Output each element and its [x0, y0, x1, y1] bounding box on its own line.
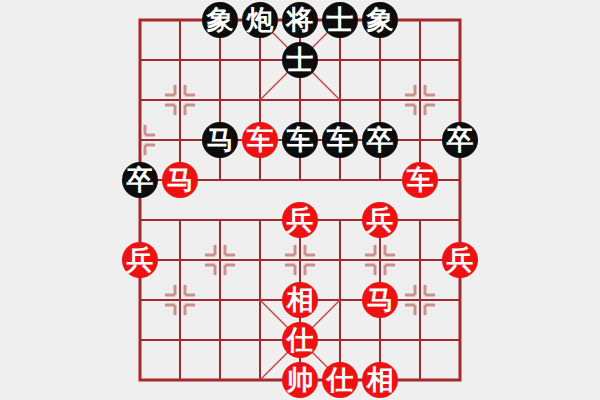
- board-point[interactable]: [400, 360, 440, 400]
- piece-red-general[interactable]: 帅: [282, 362, 318, 398]
- board-point[interactable]: [280, 80, 320, 120]
- board-point[interactable]: [160, 320, 200, 360]
- piece-red-soldier[interactable]: 兵: [362, 202, 398, 238]
- board-point[interactable]: [160, 120, 200, 160]
- board-point[interactable]: [440, 360, 480, 400]
- board-point[interactable]: 帅: [280, 360, 320, 400]
- board-point[interactable]: [440, 160, 480, 200]
- board-point[interactable]: [440, 0, 480, 40]
- piece-black-general[interactable]: 将: [282, 2, 318, 38]
- board-point[interactable]: 相: [360, 360, 400, 400]
- piece-black-horse[interactable]: 马: [202, 122, 238, 158]
- piece-black-cannon[interactable]: 炮: [242, 2, 278, 38]
- board-point[interactable]: [360, 160, 400, 200]
- board-point[interactable]: [440, 320, 480, 360]
- board-point[interactable]: [120, 320, 160, 360]
- board-point[interactable]: [120, 80, 160, 120]
- board-point[interactable]: [400, 80, 440, 120]
- board-point[interactable]: [240, 80, 280, 120]
- piece-red-elephant[interactable]: 相: [282, 282, 318, 318]
- board-point[interactable]: [400, 0, 440, 40]
- board-point[interactable]: [120, 40, 160, 80]
- board-point[interactable]: [160, 40, 200, 80]
- piece-red-chariot[interactable]: 车: [402, 162, 438, 198]
- board-point[interactable]: 象: [200, 0, 240, 40]
- board-point[interactable]: 兵: [120, 240, 160, 280]
- board-point[interactable]: [240, 360, 280, 400]
- board-point[interactable]: [120, 0, 160, 40]
- piece-red-advisor[interactable]: 仕: [322, 362, 358, 398]
- xiangqi-board: 象炮将士象士马车车车卒卒卒马车兵兵兵兵相马仕帅仕相: [120, 0, 480, 400]
- board-point[interactable]: [120, 360, 160, 400]
- board-point[interactable]: [400, 40, 440, 80]
- piece-red-soldier[interactable]: 兵: [442, 242, 478, 278]
- board-point[interactable]: [200, 200, 240, 240]
- board-point[interactable]: [400, 280, 440, 320]
- board-point[interactable]: 车: [400, 160, 440, 200]
- piece-black-elephant[interactable]: 象: [362, 2, 398, 38]
- board-point[interactable]: 车: [280, 120, 320, 160]
- board-point[interactable]: 将: [280, 0, 320, 40]
- board-point[interactable]: [240, 200, 280, 240]
- board-point[interactable]: [240, 240, 280, 280]
- board-point[interactable]: 马: [200, 120, 240, 160]
- board-point[interactable]: [360, 40, 400, 80]
- board-point[interactable]: 马: [360, 280, 400, 320]
- board-point[interactable]: [360, 240, 400, 280]
- board-point[interactable]: [120, 120, 160, 160]
- board-point[interactable]: [320, 80, 360, 120]
- xiangqi-board-app: 象炮将士象士马车车车卒卒卒马车兵兵兵兵相马仕帅仕相: [0, 0, 600, 400]
- board-point[interactable]: 兵: [360, 200, 400, 240]
- board-point[interactable]: 象: [360, 0, 400, 40]
- board-point[interactable]: [320, 200, 360, 240]
- board-point[interactable]: 仕: [280, 320, 320, 360]
- board-point[interactable]: [440, 280, 480, 320]
- board-point[interactable]: [440, 80, 480, 120]
- board-point[interactable]: 仕: [320, 360, 360, 400]
- piece-black-elephant[interactable]: 象: [202, 2, 238, 38]
- board-point[interactable]: [240, 160, 280, 200]
- board-point[interactable]: [320, 280, 360, 320]
- piece-black-soldier[interactable]: 卒: [442, 122, 478, 158]
- board-point[interactable]: [200, 320, 240, 360]
- board-point[interactable]: [160, 360, 200, 400]
- piece-red-soldier[interactable]: 兵: [122, 242, 158, 278]
- board-point[interactable]: 士: [280, 40, 320, 80]
- board-point[interactable]: [360, 320, 400, 360]
- board-point[interactable]: 卒: [120, 160, 160, 200]
- piece-black-chariot[interactable]: 车: [282, 122, 318, 158]
- piece-red-advisor[interactable]: 仕: [282, 322, 318, 358]
- board-point[interactable]: [200, 80, 240, 120]
- board-point[interactable]: [160, 280, 200, 320]
- board-point[interactable]: [160, 200, 200, 240]
- board-point[interactable]: [440, 40, 480, 80]
- board-point[interactable]: 相: [280, 280, 320, 320]
- board-point[interactable]: [320, 40, 360, 80]
- board-point[interactable]: 卒: [360, 120, 400, 160]
- board-point[interactable]: [120, 200, 160, 240]
- piece-red-horse[interactable]: 马: [362, 282, 398, 318]
- board-point[interactable]: [160, 240, 200, 280]
- piece-black-advisor[interactable]: 士: [282, 42, 318, 78]
- board-point[interactable]: [200, 240, 240, 280]
- board-point[interactable]: [160, 0, 200, 40]
- board-point[interactable]: 马: [160, 160, 200, 200]
- board-point[interactable]: 车: [320, 120, 360, 160]
- board-point[interactable]: 卒: [440, 120, 480, 160]
- board-point[interactable]: [440, 200, 480, 240]
- piece-red-elephant[interactable]: 相: [362, 362, 398, 398]
- board-point[interactable]: 士: [320, 0, 360, 40]
- board-point[interactable]: [200, 40, 240, 80]
- board-point[interactable]: [400, 120, 440, 160]
- board-point[interactable]: [400, 240, 440, 280]
- piece-black-soldier[interactable]: 卒: [122, 162, 158, 198]
- board-point[interactable]: [240, 40, 280, 80]
- board-point[interactable]: 车: [240, 120, 280, 160]
- piece-red-chariot[interactable]: 车: [242, 122, 278, 158]
- board-point[interactable]: [400, 320, 440, 360]
- board-point[interactable]: [240, 320, 280, 360]
- board-point[interactable]: [240, 280, 280, 320]
- piece-red-soldier[interactable]: 兵: [282, 202, 318, 238]
- board-point[interactable]: 兵: [440, 240, 480, 280]
- piece-black-soldier[interactable]: 卒: [362, 122, 398, 158]
- board-point[interactable]: [320, 320, 360, 360]
- board-point[interactable]: [200, 360, 240, 400]
- piece-black-chariot[interactable]: 车: [322, 122, 358, 158]
- board-point[interactable]: [280, 240, 320, 280]
- piece-black-advisor[interactable]: 士: [322, 2, 358, 38]
- board-point[interactable]: [200, 280, 240, 320]
- board-point[interactable]: 兵: [280, 200, 320, 240]
- board-point[interactable]: [320, 240, 360, 280]
- board-point[interactable]: [360, 80, 400, 120]
- board-point[interactable]: [160, 80, 200, 120]
- board-point[interactable]: [400, 200, 440, 240]
- board-point[interactable]: [320, 160, 360, 200]
- board-point[interactable]: [280, 160, 320, 200]
- board-point[interactable]: [120, 280, 160, 320]
- board-point[interactable]: 炮: [240, 0, 280, 40]
- piece-red-horse[interactable]: 马: [162, 162, 198, 198]
- board-point[interactable]: [200, 160, 240, 200]
